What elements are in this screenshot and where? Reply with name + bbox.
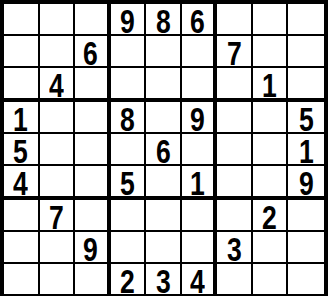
cell-r6c3[interactable] <box>75 166 111 200</box>
cell-r8c1[interactable] <box>4 232 40 264</box>
given-digit: 3 <box>156 264 171 296</box>
cell-r5c1[interactable]: 5 <box>4 134 40 166</box>
cell-r6c7[interactable] <box>217 166 253 200</box>
cell-r1c6[interactable]: 6 <box>182 4 218 36</box>
cell-r4c4[interactable]: 8 <box>111 102 147 134</box>
cell-r9c2[interactable] <box>40 264 76 294</box>
cell-r2c1[interactable] <box>4 36 40 68</box>
cell-r2c2[interactable] <box>40 36 76 68</box>
cell-r1c8[interactable] <box>253 4 289 36</box>
cell-r1c2[interactable] <box>40 4 76 36</box>
given-digit: 6 <box>84 36 99 70</box>
cell-r9c5[interactable]: 3 <box>146 264 182 294</box>
cell-r3c2[interactable]: 4 <box>40 68 76 102</box>
cell-r3c6[interactable] <box>182 68 218 102</box>
cell-r4c7[interactable] <box>217 102 253 134</box>
cell-r1c3[interactable] <box>75 4 111 36</box>
given-digit: 8 <box>120 102 135 136</box>
cell-r4c5[interactable] <box>146 102 182 134</box>
given-digit: 3 <box>227 232 242 266</box>
given-digit: 1 <box>13 102 28 136</box>
cell-r5c7[interactable] <box>217 134 253 166</box>
given-digit: 1 <box>299 134 314 168</box>
given-digit: 5 <box>120 166 135 200</box>
cell-r1c5[interactable]: 8 <box>146 4 182 36</box>
cell-r7c8[interactable]: 2 <box>253 200 289 232</box>
cell-r5c9[interactable]: 1 <box>288 134 324 166</box>
cell-r4c2[interactable] <box>40 102 76 134</box>
cell-r2c9[interactable] <box>288 36 324 68</box>
cell-r9c1[interactable] <box>4 264 40 294</box>
cell-r1c7[interactable] <box>217 4 253 36</box>
cell-r2c8[interactable] <box>253 36 289 68</box>
cell-r8c7[interactable]: 3 <box>217 232 253 264</box>
cell-r7c1[interactable] <box>4 200 40 232</box>
given-digit: 1 <box>262 68 277 102</box>
cell-r9c8[interactable] <box>253 264 289 294</box>
cell-r6c4[interactable]: 5 <box>111 166 147 200</box>
cell-r8c3[interactable]: 9 <box>75 232 111 264</box>
cell-r9c3[interactable] <box>75 264 111 294</box>
cell-r3c9[interactable] <box>288 68 324 102</box>
cell-r7c3[interactable] <box>75 200 111 232</box>
cell-r5c4[interactable] <box>111 134 147 166</box>
cell-r8c9[interactable] <box>288 232 324 264</box>
cell-r8c5[interactable] <box>146 232 182 264</box>
sudoku-board: 9866741189556145197293234 <box>0 0 328 296</box>
cell-r1c1[interactable] <box>4 4 40 36</box>
cell-r7c2[interactable]: 7 <box>40 200 76 232</box>
given-digit: 9 <box>84 232 99 266</box>
cell-r1c9[interactable] <box>288 4 324 36</box>
given-digit: 5 <box>13 134 28 168</box>
cell-r4c3[interactable] <box>75 102 111 134</box>
cell-r2c3[interactable]: 6 <box>75 36 111 68</box>
cell-r5c6[interactable] <box>182 134 218 166</box>
given-digit: 2 <box>262 200 277 234</box>
given-digit: 4 <box>190 264 205 296</box>
cell-r2c5[interactable] <box>146 36 182 68</box>
cell-r5c5[interactable]: 6 <box>146 134 182 166</box>
given-digit: 4 <box>13 166 28 200</box>
cell-r2c6[interactable] <box>182 36 218 68</box>
cell-r2c4[interactable] <box>111 36 147 68</box>
cell-r3c3[interactable] <box>75 68 111 102</box>
cell-r2c7[interactable]: 7 <box>217 36 253 68</box>
given-digit: 9 <box>190 102 205 136</box>
cell-r7c5[interactable] <box>146 200 182 232</box>
given-digit: 9 <box>299 166 314 200</box>
given-digit: 9 <box>120 4 135 38</box>
cell-r3c1[interactable] <box>4 68 40 102</box>
cell-r4c6[interactable]: 9 <box>182 102 218 134</box>
cell-r3c8[interactable]: 1 <box>253 68 289 102</box>
cell-r8c2[interactable] <box>40 232 76 264</box>
given-digit: 6 <box>156 134 171 168</box>
given-digit: 4 <box>49 68 64 102</box>
cell-r7c7[interactable] <box>217 200 253 232</box>
cell-r6c1[interactable]: 4 <box>4 166 40 200</box>
given-digit: 7 <box>49 200 64 234</box>
cell-r6c2[interactable] <box>40 166 76 200</box>
cell-r8c6[interactable] <box>182 232 218 264</box>
cell-r1c4[interactable]: 9 <box>111 4 147 36</box>
cell-r7c9[interactable] <box>288 200 324 232</box>
cell-r6c5[interactable] <box>146 166 182 200</box>
cell-r9c9[interactable] <box>288 264 324 294</box>
given-digit: 8 <box>156 4 171 38</box>
given-digit: 6 <box>190 4 205 38</box>
cell-r3c4[interactable] <box>111 68 147 102</box>
cell-r6c6[interactable]: 1 <box>182 166 218 200</box>
cell-r7c6[interactable] <box>182 200 218 232</box>
cell-r8c4[interactable] <box>111 232 147 264</box>
cell-r5c3[interactable] <box>75 134 111 166</box>
given-digit: 1 <box>190 166 205 200</box>
cell-r5c2[interactable] <box>40 134 76 166</box>
cell-r8c8[interactable] <box>253 232 289 264</box>
cell-r4c1[interactable]: 1 <box>4 102 40 134</box>
cell-r9c4[interactable]: 2 <box>111 264 147 294</box>
cell-r6c9[interactable]: 9 <box>288 166 324 200</box>
cell-r4c8[interactable] <box>253 102 289 134</box>
cell-r6c8[interactable] <box>253 166 289 200</box>
cell-r5c8[interactable] <box>253 134 289 166</box>
cell-r7c4[interactable] <box>111 200 147 232</box>
cell-r3c5[interactable] <box>146 68 182 102</box>
cell-r9c6[interactable]: 4 <box>182 264 218 294</box>
cell-r3c7[interactable] <box>217 68 253 102</box>
given-digit: 5 <box>299 102 314 136</box>
given-digit: 7 <box>227 36 242 70</box>
cell-r9c7[interactable] <box>217 264 253 294</box>
given-digit: 2 <box>120 264 135 296</box>
cell-r4c9[interactable]: 5 <box>288 102 324 134</box>
